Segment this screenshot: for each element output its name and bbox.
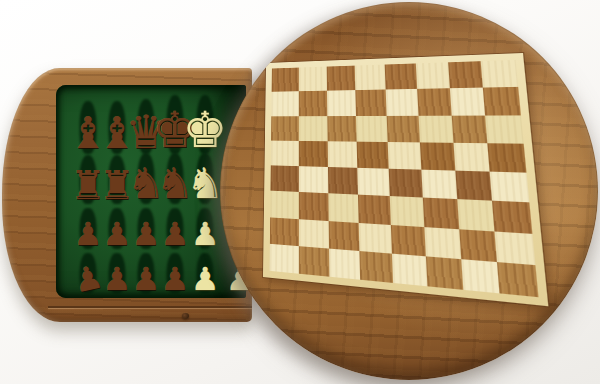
board-square: [385, 63, 417, 89]
board-square: [355, 65, 386, 91]
drawer-seam: [48, 306, 252, 308]
dark-pawn: ♟: [161, 218, 190, 250]
dark-pawn: ♟: [103, 218, 132, 250]
dark-pawn: ♟: [132, 263, 161, 295]
drawer-slot: ♚: [190, 97, 220, 151]
drawer-slot: ♟: [73, 255, 103, 291]
board-square: [387, 115, 420, 142]
board-square: [448, 61, 483, 88]
board-square: [270, 244, 299, 274]
board-square: [481, 60, 518, 88]
board-square: [359, 222, 392, 253]
board-square: [490, 172, 529, 203]
board-square: [424, 227, 461, 259]
drawer-slot: ♟: [190, 210, 220, 246]
board-square: [495, 231, 536, 265]
chessboard-grid: [270, 60, 539, 297]
board-square: [459, 229, 498, 262]
board-square: [453, 143, 490, 172]
board-square: [299, 141, 328, 167]
board-square: [328, 193, 359, 222]
board-square: [457, 199, 495, 231]
board-square: [449, 88, 485, 115]
board-square: [391, 224, 426, 256]
board-square: [299, 91, 327, 116]
board-square: [299, 192, 329, 220]
board-square: [386, 89, 419, 115]
board-square: [299, 67, 327, 92]
board-square: [388, 142, 421, 170]
board-square: [485, 115, 523, 144]
drawer-slot: ♟: [190, 255, 220, 291]
light-pawn: ♟: [191, 218, 220, 250]
drawer-slot: ♟: [131, 210, 161, 246]
board-square: [417, 88, 451, 115]
board-square: [416, 62, 450, 89]
board-square: [327, 116, 357, 142]
dark-pawn: ♟: [103, 263, 132, 295]
drawer-slot: ♟: [73, 210, 103, 246]
board-square: [299, 166, 328, 193]
board-square: [270, 165, 298, 192]
board-square: [455, 171, 492, 201]
board-square: [358, 195, 391, 225]
board-square: [483, 87, 521, 115]
drawer-slot: ♟: [131, 255, 161, 291]
board-square: [358, 168, 390, 196]
board-square: [299, 219, 329, 249]
board-square: [360, 251, 393, 283]
board-square: [389, 169, 423, 198]
board-square: [326, 66, 355, 91]
board-square: [270, 191, 298, 219]
board-square: [271, 91, 298, 115]
board-square: [497, 262, 538, 297]
drawer-slot: ♟: [102, 210, 132, 246]
board-square: [488, 143, 527, 173]
board-square: [418, 115, 453, 142]
board-square: [392, 253, 427, 286]
dark-pawn: ♟: [74, 218, 103, 250]
board-square: [420, 142, 455, 170]
board-square: [299, 246, 329, 277]
board-square: [492, 201, 532, 233]
dark-pawn: ♟: [161, 263, 190, 295]
round-board-case: [220, 2, 598, 380]
board-square: [423, 198, 459, 229]
drawer-slot: ♟: [160, 210, 190, 246]
light-knight: ♞: [186, 163, 224, 205]
chess-set-product-photo: ♝♝♛♚♚♜♜♞♞♞♟♟♟♟♟♟♟♟♟♟♟: [0, 0, 600, 384]
board-square: [421, 170, 457, 200]
board-square: [356, 115, 387, 141]
chessboard-inlay-wrap: [263, 53, 523, 293]
board-square: [272, 68, 299, 92]
chessboard-inlay: [263, 53, 548, 306]
drawer-slot: ♟: [160, 255, 190, 291]
drawer-slot: ♟: [102, 255, 132, 291]
board-square: [271, 140, 299, 166]
board-square: [327, 141, 357, 168]
drawer-slot: ♞: [190, 155, 220, 201]
board-square: [461, 259, 500, 294]
board-square: [327, 90, 357, 115]
board-square: [271, 116, 299, 141]
light-king: ♚: [183, 105, 228, 155]
board-square: [328, 167, 359, 195]
piece-storage-drawer: ♝♝♛♚♚♜♜♞♞♞♟♟♟♟♟♟♟♟♟♟♟: [2, 68, 252, 322]
board-square: [357, 141, 389, 168]
drawer-felt: ♝♝♛♚♚♜♜♞♞♞♟♟♟♟♟♟♟♟♟♟♟: [56, 85, 246, 298]
board-square: [270, 217, 299, 246]
drawer-knob: [182, 313, 189, 319]
board-square: [451, 115, 487, 143]
light-pawn: ♟: [191, 263, 220, 295]
board-square: [299, 116, 328, 141]
board-square: [390, 196, 424, 226]
dark-pawn: ♟: [132, 218, 161, 250]
dark-pawn: ♟: [71, 260, 106, 297]
board-square: [329, 248, 361, 279]
board-square: [356, 90, 387, 116]
board-square: [328, 221, 359, 251]
board-square: [426, 256, 463, 290]
